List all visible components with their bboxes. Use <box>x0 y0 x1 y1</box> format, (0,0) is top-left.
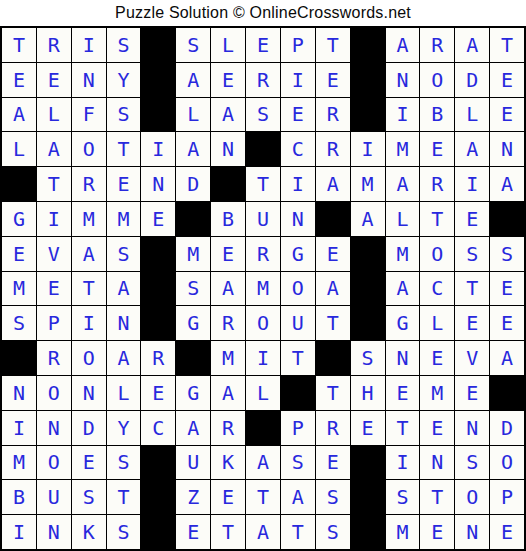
letter-cell: T <box>316 28 350 62</box>
letter-cell: N <box>386 63 420 97</box>
letter-cell: T <box>316 376 350 410</box>
letter-cell: S <box>2 306 36 340</box>
letter-cell: I <box>2 515 36 549</box>
black-cell <box>246 132 280 166</box>
letter-cell: A <box>107 272 141 306</box>
letter-cell: T <box>281 515 315 549</box>
letter-cell: M <box>176 237 210 271</box>
letter-cell: T <box>211 515 245 549</box>
letter-cell: E <box>490 515 524 549</box>
letter-cell: T <box>386 411 420 445</box>
letter-cell: N <box>107 306 141 340</box>
letter-cell: R <box>316 411 350 445</box>
letter-cell: P <box>281 411 315 445</box>
black-cell <box>351 480 385 514</box>
letter-cell: S <box>107 28 141 62</box>
letter-cell: M <box>386 237 420 271</box>
letter-cell: A <box>316 167 350 201</box>
letter-cell: N <box>72 63 106 97</box>
letter-cell: I <box>2 411 36 445</box>
letter-cell: V <box>37 237 71 271</box>
letter-cell: T <box>281 341 315 375</box>
letter-cell: S <box>455 446 489 480</box>
letter-cell: M <box>351 167 385 201</box>
letter-cell: T <box>2 28 36 62</box>
letter-cell: A <box>455 28 489 62</box>
letter-cell: S <box>281 446 315 480</box>
black-cell <box>141 480 175 514</box>
letter-cell: H <box>351 376 385 410</box>
letter-cell: M <box>420 376 454 410</box>
black-cell <box>351 306 385 340</box>
letter-cell: S <box>107 446 141 480</box>
letter-cell: E <box>420 341 454 375</box>
crossword-grid: TRISSLEPTARATEENYAERIENODEALFSLASERIBLEL… <box>0 26 526 551</box>
letter-cell: A <box>176 411 210 445</box>
letter-cell: R <box>37 341 71 375</box>
letter-cell: V <box>455 341 489 375</box>
letter-cell: I <box>386 98 420 132</box>
letter-cell: U <box>176 446 210 480</box>
letter-cell: A <box>246 446 280 480</box>
letter-cell: S <box>107 237 141 271</box>
letter-cell: M <box>72 202 106 236</box>
letter-cell: E <box>455 306 489 340</box>
letter-cell: T <box>246 480 280 514</box>
letter-cell: N <box>2 376 36 410</box>
letter-cell: S <box>107 98 141 132</box>
letter-cell: R <box>211 411 245 445</box>
letter-cell: S <box>176 272 210 306</box>
letter-cell: A <box>2 98 36 132</box>
letter-cell: R <box>316 98 350 132</box>
black-cell <box>141 515 175 549</box>
letter-cell: R <box>316 132 350 166</box>
letter-cell: T <box>420 480 454 514</box>
letter-cell: R <box>420 167 454 201</box>
letter-cell: G <box>386 306 420 340</box>
letter-cell: U <box>281 306 315 340</box>
letter-cell: O <box>490 446 524 480</box>
black-cell <box>246 411 280 445</box>
letter-cell: N <box>386 341 420 375</box>
letter-cell: M <box>211 341 245 375</box>
letter-cell: N <box>211 132 245 166</box>
letter-cell: E <box>211 480 245 514</box>
letter-cell: E <box>455 202 489 236</box>
black-cell <box>490 376 524 410</box>
letter-cell: G <box>176 306 210 340</box>
letter-cell: E <box>281 98 315 132</box>
letter-cell: E <box>316 446 350 480</box>
puzzle-title: Puzzle Solution © OnlineCrosswords.net <box>0 0 526 26</box>
letter-cell: A <box>386 167 420 201</box>
black-cell <box>141 63 175 97</box>
black-cell <box>141 446 175 480</box>
letter-cell: E <box>455 376 489 410</box>
letter-cell: M <box>107 202 141 236</box>
letter-cell: D <box>455 63 489 97</box>
letter-cell: O <box>420 63 454 97</box>
letter-cell: L <box>246 376 280 410</box>
letter-cell: R <box>37 28 71 62</box>
letter-cell: E <box>420 132 454 166</box>
letter-cell: T <box>72 272 106 306</box>
letter-cell: C <box>141 411 175 445</box>
black-cell <box>141 28 175 62</box>
letter-cell: T <box>490 28 524 62</box>
letter-cell: E <box>386 376 420 410</box>
letter-cell: A <box>386 28 420 62</box>
letter-cell: I <box>37 202 71 236</box>
letter-cell: E <box>490 272 524 306</box>
black-cell <box>490 202 524 236</box>
letter-cell: E <box>211 237 245 271</box>
letter-cell: E <box>107 167 141 201</box>
letter-cell: A <box>211 98 245 132</box>
letter-cell: I <box>281 63 315 97</box>
letter-cell: P <box>37 306 71 340</box>
letter-cell: D <box>176 167 210 201</box>
letter-cell: M <box>2 446 36 480</box>
letter-cell: L <box>420 306 454 340</box>
letter-cell: T <box>455 272 489 306</box>
black-cell <box>176 341 210 375</box>
letter-cell: T <box>316 306 350 340</box>
letter-cell: A <box>351 202 385 236</box>
letter-cell: S <box>316 515 350 549</box>
letter-cell: T <box>37 167 71 201</box>
letter-cell: S <box>490 237 524 271</box>
letter-cell: N <box>455 411 489 445</box>
letter-cell: N <box>72 376 106 410</box>
letter-cell: L <box>176 98 210 132</box>
letter-cell: O <box>37 376 71 410</box>
letter-cell: D <box>72 411 106 445</box>
letter-cell: L <box>455 98 489 132</box>
black-cell <box>281 376 315 410</box>
letter-cell: N <box>281 202 315 236</box>
letter-cell: G <box>176 376 210 410</box>
letter-cell: Z <box>176 480 210 514</box>
letter-cell: P <box>281 28 315 62</box>
letter-cell: E <box>490 63 524 97</box>
letter-cell: E <box>2 63 36 97</box>
letter-cell: B <box>211 202 245 236</box>
letter-cell: N <box>37 411 71 445</box>
letter-cell: M <box>386 515 420 549</box>
letter-cell: L <box>211 28 245 62</box>
letter-cell: E <box>37 272 71 306</box>
letter-cell: O <box>37 446 71 480</box>
letter-cell: A <box>455 132 489 166</box>
letter-cell: S <box>351 341 385 375</box>
letter-cell: S <box>107 515 141 549</box>
black-cell <box>2 341 36 375</box>
letter-cell: A <box>316 272 350 306</box>
letter-cell: A <box>176 132 210 166</box>
letter-cell: R <box>141 341 175 375</box>
letter-cell: B <box>2 480 36 514</box>
letter-cell: S <box>72 480 106 514</box>
letter-cell: S <box>316 480 350 514</box>
letter-cell: A <box>37 132 71 166</box>
letter-cell: A <box>490 341 524 375</box>
letter-cell: R <box>246 237 280 271</box>
letter-cell: N <box>420 446 454 480</box>
letter-cell: B <box>420 98 454 132</box>
letter-cell: K <box>72 515 106 549</box>
letter-cell: G <box>2 202 36 236</box>
puzzle-solution-page: Puzzle Solution © OnlineCrosswords.net T… <box>0 0 526 551</box>
black-cell <box>316 341 350 375</box>
letter-cell: T <box>420 202 454 236</box>
letter-cell: Y <box>107 411 141 445</box>
letter-cell: M <box>2 272 36 306</box>
letter-cell: G <box>281 237 315 271</box>
letter-cell: R <box>246 63 280 97</box>
letter-cell: A <box>281 480 315 514</box>
black-cell <box>141 98 175 132</box>
black-cell <box>351 515 385 549</box>
black-cell <box>211 167 245 201</box>
black-cell <box>351 272 385 306</box>
letter-cell: A <box>176 63 210 97</box>
letter-cell: P <box>490 480 524 514</box>
letter-cell: C <box>420 272 454 306</box>
letter-cell: U <box>37 480 71 514</box>
letter-cell: F <box>72 98 106 132</box>
letter-cell: L <box>37 98 71 132</box>
black-cell <box>351 98 385 132</box>
letter-cell: U <box>246 202 280 236</box>
letter-cell: A <box>107 341 141 375</box>
letter-cell: E <box>420 515 454 549</box>
letter-cell: L <box>2 132 36 166</box>
letter-cell: M <box>386 132 420 166</box>
letter-cell: E <box>490 306 524 340</box>
letter-cell: T <box>246 167 280 201</box>
letter-cell: I <box>281 167 315 201</box>
letter-cell: I <box>246 341 280 375</box>
letter-cell: A <box>490 167 524 201</box>
black-cell <box>351 237 385 271</box>
letter-cell: O <box>281 272 315 306</box>
letter-cell: S <box>246 98 280 132</box>
letter-cell: E <box>141 376 175 410</box>
letter-cell: E <box>211 63 245 97</box>
black-cell <box>141 306 175 340</box>
letter-cell: T <box>107 480 141 514</box>
letter-cell: O <box>72 132 106 166</box>
black-cell <box>316 202 350 236</box>
letter-cell: E <box>2 237 36 271</box>
black-cell <box>141 272 175 306</box>
letter-cell: Y <box>107 63 141 97</box>
letter-cell: E <box>141 202 175 236</box>
letter-cell: O <box>455 480 489 514</box>
letter-cell: A <box>211 272 245 306</box>
letter-cell: S <box>386 480 420 514</box>
letter-cell: S <box>176 28 210 62</box>
black-cell <box>351 446 385 480</box>
letter-cell: I <box>455 167 489 201</box>
letter-cell: K <box>211 446 245 480</box>
black-cell <box>2 167 36 201</box>
black-cell <box>351 63 385 97</box>
letter-cell: M <box>246 272 280 306</box>
letter-cell: I <box>141 132 175 166</box>
letter-cell: E <box>316 63 350 97</box>
letter-cell: O <box>72 341 106 375</box>
letter-cell: I <box>386 446 420 480</box>
letter-cell: E <box>246 28 280 62</box>
letter-cell: I <box>72 306 106 340</box>
letter-cell: R <box>72 167 106 201</box>
letter-cell: A <box>72 237 106 271</box>
letter-cell: S <box>455 237 489 271</box>
letter-cell: L <box>107 376 141 410</box>
letter-cell: A <box>386 272 420 306</box>
letter-cell: I <box>351 132 385 166</box>
letter-cell: E <box>176 515 210 549</box>
letter-cell: A <box>211 376 245 410</box>
letter-cell: N <box>490 132 524 166</box>
letter-cell: O <box>246 306 280 340</box>
letter-cell: E <box>316 237 350 271</box>
letter-cell: L <box>386 202 420 236</box>
letter-cell: E <box>420 411 454 445</box>
black-cell <box>351 28 385 62</box>
letter-cell: E <box>490 98 524 132</box>
letter-cell: N <box>37 515 71 549</box>
letter-cell: E <box>351 411 385 445</box>
letter-cell: O <box>420 237 454 271</box>
letter-cell: E <box>72 446 106 480</box>
letter-cell: R <box>211 306 245 340</box>
letter-cell: A <box>246 515 280 549</box>
letter-cell: N <box>141 167 175 201</box>
letter-cell: I <box>72 28 106 62</box>
letter-cell: C <box>281 132 315 166</box>
letter-cell: E <box>37 63 71 97</box>
letter-cell: D <box>490 411 524 445</box>
letter-cell: R <box>420 28 454 62</box>
letter-cell: N <box>455 515 489 549</box>
black-cell <box>141 237 175 271</box>
black-cell <box>176 202 210 236</box>
letter-cell: T <box>107 132 141 166</box>
